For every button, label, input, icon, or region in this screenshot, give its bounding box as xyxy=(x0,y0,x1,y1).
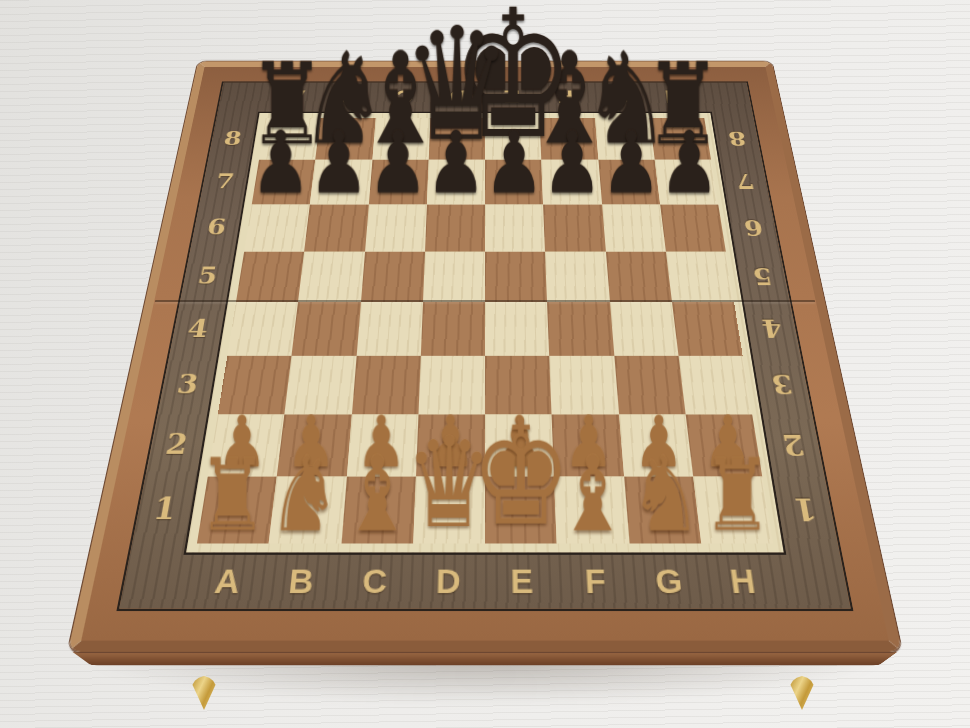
fold-seam xyxy=(155,300,815,302)
piece-black-pawn: ♟ xyxy=(426,122,486,204)
square-g7: ♟ xyxy=(598,160,660,204)
coord-file-g-bottom: G xyxy=(630,555,709,609)
piece-black-pawn: ♟ xyxy=(542,122,602,204)
piece-white-rook: ♜ xyxy=(198,449,268,544)
square-b7: ♟ xyxy=(310,160,372,204)
square-h1: ♜ xyxy=(693,476,773,543)
coord-rank-6-right: 6 xyxy=(728,204,780,251)
piece-black-pawn: ♟ xyxy=(367,122,427,204)
square-b4 xyxy=(292,302,361,356)
square-d4 xyxy=(421,302,485,356)
file-labels-bottom: ABCDEFGH xyxy=(186,555,783,609)
coord-file-c-bottom: C xyxy=(336,555,413,609)
piece-white-bishop: ♝ xyxy=(557,444,630,543)
piece-white-knight: ♞ xyxy=(268,444,341,543)
square-e4 xyxy=(485,302,549,356)
square-a7: ♟ xyxy=(252,160,316,204)
square-h4 xyxy=(672,302,743,356)
square-e1: ♚ xyxy=(485,476,557,543)
coord-rank-7-left: 7 xyxy=(199,160,250,204)
coord-rank-3-left: 3 xyxy=(158,356,217,414)
coord-file-e-bottom: E xyxy=(485,555,560,609)
square-a1: ♜ xyxy=(197,476,277,543)
scene: 87654321 87654321 ABCDEFGH ABCDEFGH ♜♞♝♛… xyxy=(0,0,970,728)
piece-white-knight: ♞ xyxy=(629,444,702,543)
square-f1: ♝ xyxy=(554,476,629,543)
square-c4 xyxy=(356,302,423,356)
chess-board: 87654321 87654321 ABCDEFGH ABCDEFGH ♜♞♝♛… xyxy=(68,61,903,652)
coord-file-h-bottom: H xyxy=(703,555,784,609)
square-c1: ♝ xyxy=(341,476,416,543)
coord-rank-6-left: 6 xyxy=(190,204,242,251)
coord-file-d-bottom: D xyxy=(410,555,485,609)
board-front-edge xyxy=(73,652,898,666)
piece-black-pawn: ♟ xyxy=(601,122,661,204)
coord-rank-7-right: 7 xyxy=(720,160,771,204)
square-b1: ♞ xyxy=(269,476,346,543)
square-d7: ♟ xyxy=(427,160,485,204)
board-grid: ♜♞♝♛♚♝♞♜♟♟♟♟♟♟♟♟♟♟♟♟♟♟♟♟♜♞♝♛♚♝♞♜ xyxy=(197,118,773,543)
square-h7: ♟ xyxy=(655,160,719,204)
square-f4 xyxy=(547,302,614,356)
coord-rank-4-left: 4 xyxy=(169,302,226,356)
square-g1: ♞ xyxy=(624,476,701,543)
coord-file-a-bottom: A xyxy=(186,555,267,609)
square-e7: ♟ xyxy=(485,160,543,204)
piece-white-bishop: ♝ xyxy=(340,444,413,543)
square-a4 xyxy=(227,302,298,356)
coord-rank-5-left: 5 xyxy=(180,251,235,302)
coord-file-f-bottom: F xyxy=(558,555,635,609)
piece-white-rook: ♜ xyxy=(702,449,772,544)
piece-black-pawn: ♟ xyxy=(251,122,311,204)
square-g4 xyxy=(610,302,679,356)
coord-file-b-bottom: B xyxy=(261,555,340,609)
piece-black-pawn: ♟ xyxy=(309,122,369,204)
square-c7: ♟ xyxy=(368,160,428,204)
piece-black-pawn: ♟ xyxy=(659,122,719,204)
piece-black-pawn: ♟ xyxy=(484,122,544,204)
square-f7: ♟ xyxy=(542,160,602,204)
